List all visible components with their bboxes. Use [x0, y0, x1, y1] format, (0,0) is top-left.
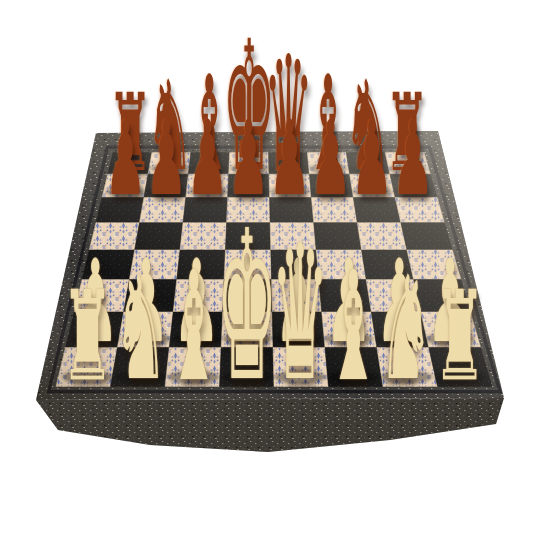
piece-white-knight-b1[interactable]: ♞ — [113, 327, 168, 388]
piece-white-bishop-c1[interactable]: ♝ — [168, 329, 220, 387]
piece-white-rook-a1[interactable]: ♜ — [61, 329, 114, 388]
piece-white-bishop-f1[interactable]: ♝ — [327, 329, 379, 387]
piece-white-rook-h1[interactable]: ♜ — [433, 329, 486, 388]
piece-white-knight-g1[interactable]: ♞ — [379, 327, 434, 388]
piece-black-pawn-f7[interactable]: ♟ — [310, 153, 352, 200]
piece-black-pawn-h7[interactable]: ♟ — [392, 153, 434, 200]
piece-white-queen-e1[interactable]: ♛ — [271, 324, 329, 388]
piece-black-pawn-b7[interactable]: ♟ — [146, 153, 188, 200]
photo-stage: ♜♞♝♚♛♝♞♜♟♟♟♟♟♟♟♟♟♟♟♟♟♟♟♟♜♞♝♚♛♝♞♜ — [0, 0, 533, 533]
piece-black-pawn-a7[interactable]: ♟ — [104, 153, 146, 200]
piece-white-king-d1[interactable]: ♚ — [216, 320, 278, 389]
piece-black-pawn-g7[interactable]: ♟ — [351, 153, 393, 200]
